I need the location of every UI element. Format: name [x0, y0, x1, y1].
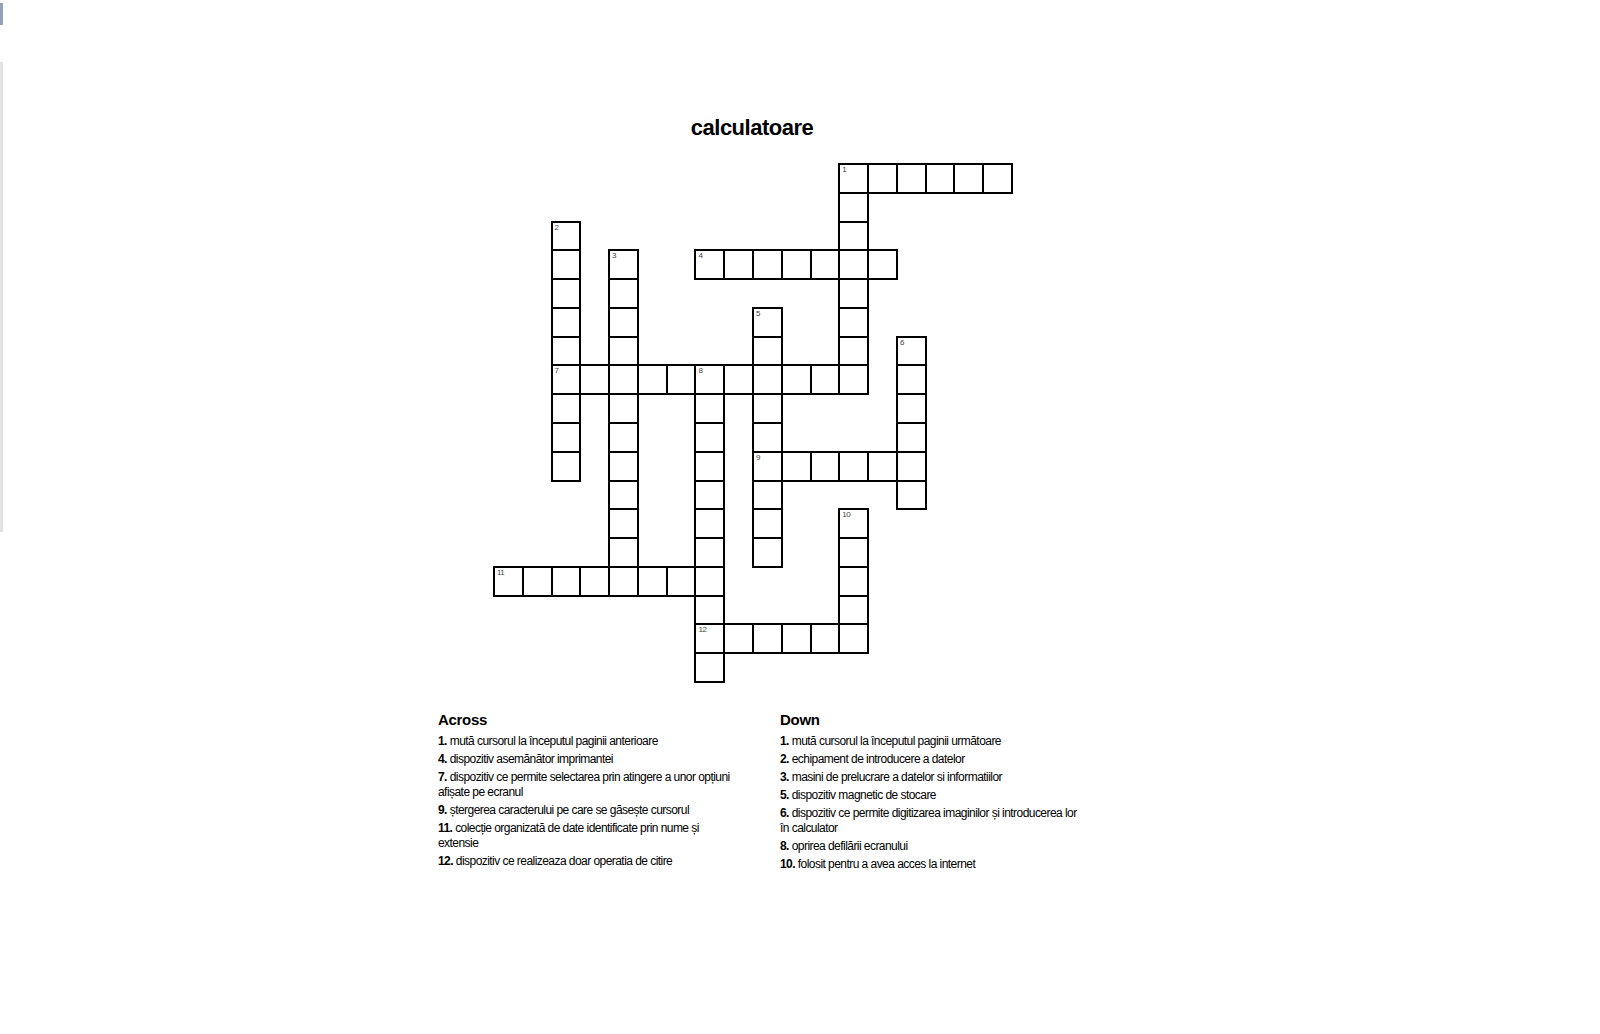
clue-number: 11 — [497, 568, 504, 577]
grid-cell-r9c7[interactable] — [694, 422, 725, 453]
crossword-grid: 123456789101112 — [493, 163, 1013, 683]
puzzle-title: calculatoare — [493, 116, 1011, 140]
clue-number-label: 6. — [780, 806, 789, 820]
clue-down-5: 5. dispozitiv magnetic de stocare — [780, 788, 1082, 803]
grid-cell-r6c4[interactable] — [608, 336, 639, 367]
grid-cell-r6c14[interactable]: 6 — [896, 336, 927, 367]
grid-cell-r8c2[interactable] — [551, 393, 582, 424]
grid-cell-r10c10[interactable] — [781, 451, 812, 482]
clue-down-6: 6. dispozitiv ce permite digitizarea ima… — [780, 806, 1082, 836]
clue-number: 10 — [842, 510, 850, 519]
grid-cell-r3c12[interactable] — [838, 249, 869, 280]
grid-cell-r8c14[interactable] — [896, 393, 927, 424]
grid-cell-r12c12[interactable]: 10 — [838, 508, 869, 539]
clue-number-label: 12. — [438, 854, 453, 868]
grid-cell-r3c8[interactable] — [723, 249, 754, 280]
window-edge-artifact-light — [0, 62, 3, 532]
clue-across-1: 1. mută cursorul la începutul paginii an… — [438, 734, 740, 749]
grid-cell-r6c9[interactable] — [752, 336, 783, 367]
grid-cell-r10c14[interactable] — [896, 451, 927, 482]
grid-cell-r9c9[interactable] — [752, 422, 783, 453]
across-clues-column: Across 1. mută cursorul la începutul pag… — [438, 712, 740, 872]
grid-cell-r5c4[interactable] — [608, 307, 639, 338]
grid-cell-r11c7[interactable] — [694, 480, 725, 511]
grid-cell-r16c8[interactable] — [723, 623, 754, 654]
grid-cell-r14c4[interactable] — [608, 566, 639, 597]
grid-cell-r14c5[interactable] — [637, 566, 668, 597]
grid-cell-r0c12[interactable]: 1 — [838, 163, 869, 194]
grid-cell-r7c14[interactable] — [896, 364, 927, 395]
grid-cell-r10c2[interactable] — [551, 451, 582, 482]
clue-number: 6 — [900, 338, 904, 347]
grid-cell-r4c2[interactable] — [551, 278, 582, 309]
grid-cell-r7c9[interactable] — [752, 364, 783, 395]
grid-cell-r7c4[interactable] — [608, 364, 639, 395]
clue-number: 12 — [698, 625, 706, 634]
grid-cell-r3c2[interactable] — [551, 249, 582, 280]
grid-cell-r14c2[interactable] — [551, 566, 582, 597]
grid-cell-r3c11[interactable] — [810, 249, 841, 280]
grid-cell-r0c14[interactable] — [896, 163, 927, 194]
clue-down-10: 10. folosit pentru a avea acces la inter… — [780, 857, 1082, 872]
window-edge-artifact-dark — [0, 3, 3, 25]
grid-cell-r17c7[interactable] — [694, 652, 725, 683]
clue-number-label: 1. — [438, 734, 447, 748]
grid-cell-r0c15[interactable] — [925, 163, 956, 194]
grid-cell-r12c9[interactable] — [752, 508, 783, 539]
clue-number-label: 2. — [780, 752, 789, 766]
grid-cell-r14c3[interactable] — [579, 566, 610, 597]
clue-down-1: 1. mută cursorul la începutul paginii ur… — [780, 734, 1082, 749]
grid-cell-r10c9[interactable]: 9 — [752, 451, 783, 482]
grid-cell-r3c13[interactable] — [867, 249, 898, 280]
clue-number-label: 1. — [780, 734, 789, 748]
grid-cell-r16c7[interactable]: 12 — [694, 623, 725, 654]
grid-cell-r16c12[interactable] — [838, 623, 869, 654]
grid-cell-r0c13[interactable] — [867, 163, 898, 194]
grid-cell-r1c12[interactable] — [838, 192, 869, 223]
grid-cell-r7c3[interactable] — [579, 364, 610, 395]
grid-cell-r16c10[interactable] — [781, 623, 812, 654]
grid-cell-r15c7[interactable] — [694, 595, 725, 626]
grid-cell-r11c14[interactable] — [896, 480, 927, 511]
clue-number: 2 — [555, 223, 559, 232]
clue-number-label: 3. — [780, 770, 789, 784]
clue-number: 1 — [842, 165, 846, 174]
clue-down-3: 3. masini de prelucrare a datelor si inf… — [780, 770, 1082, 785]
grid-cell-r5c2[interactable] — [551, 307, 582, 338]
grid-cell-r15c12[interactable] — [838, 595, 869, 626]
grid-cell-r5c12[interactable] — [838, 307, 869, 338]
grid-cell-r13c7[interactable] — [694, 537, 725, 568]
grid-cell-r7c2[interactable]: 7 — [551, 364, 582, 395]
clue-number-label: 9. — [438, 803, 447, 817]
grid-cell-r16c11[interactable] — [810, 623, 841, 654]
across-clue-list: 1. mută cursorul la începutul paginii an… — [438, 734, 740, 869]
clue-across-11: 11. colecție organizată de date identifi… — [438, 821, 740, 851]
down-clue-list: 1. mută cursorul la începutul paginii ur… — [780, 734, 1082, 872]
grid-cell-r10c13[interactable] — [867, 451, 898, 482]
grid-cell-r9c4[interactable] — [608, 422, 639, 453]
grid-cell-r14c0[interactable]: 11 — [493, 566, 524, 597]
grid-cell-r3c4[interactable]: 3 — [608, 249, 639, 280]
grid-cell-r11c9[interactable] — [752, 480, 783, 511]
grid-cell-r3c9[interactable] — [752, 249, 783, 280]
grid-cell-r7c5[interactable] — [637, 364, 668, 395]
grid-cell-r12c7[interactable] — [694, 508, 725, 539]
grid-cell-r9c14[interactable] — [896, 422, 927, 453]
clue-number-label: 7. — [438, 770, 447, 784]
grid-cell-r8c4[interactable] — [608, 393, 639, 424]
clue-number: 8 — [698, 366, 702, 375]
grid-cell-r3c7[interactable]: 4 — [694, 249, 725, 280]
grid-cell-r7c8[interactable] — [723, 364, 754, 395]
grid-cell-r10c12[interactable] — [838, 451, 869, 482]
grid-cell-r2c12[interactable] — [838, 221, 869, 252]
clue-number-label: 4. — [438, 752, 447, 766]
grid-cell-r11c4[interactable] — [608, 480, 639, 511]
grid-cell-r7c12[interactable] — [838, 364, 869, 395]
grid-cell-r10c7[interactable] — [694, 451, 725, 482]
grid-cell-r2c2[interactable]: 2 — [551, 221, 582, 252]
clue-across-4: 4. dispozitiv asemănător imprimantei — [438, 752, 740, 767]
grid-cell-r14c7[interactable] — [694, 566, 725, 597]
grid-cell-r4c4[interactable] — [608, 278, 639, 309]
clue-across-9: 9. ștergerea caracterului pe care se găs… — [438, 803, 740, 818]
grid-cell-r6c12[interactable] — [838, 336, 869, 367]
clue-number: 7 — [555, 366, 559, 375]
grid-cell-r12c4[interactable] — [608, 508, 639, 539]
clue-number: 9 — [756, 453, 760, 462]
grid-cell-r7c6[interactable] — [666, 364, 697, 395]
grid-cell-r16c9[interactable] — [752, 623, 783, 654]
grid-cell-r14c12[interactable] — [838, 566, 869, 597]
grid-cell-r10c4[interactable] — [608, 451, 639, 482]
grid-cell-r8c9[interactable] — [752, 393, 783, 424]
clue-number-label: 10. — [780, 857, 795, 871]
grid-cell-r7c7[interactable]: 8 — [694, 364, 725, 395]
grid-cell-r7c11[interactable] — [810, 364, 841, 395]
across-header: Across — [438, 712, 740, 728]
grid-cell-r3c10[interactable] — [781, 249, 812, 280]
clue-number-label: 11. — [438, 821, 452, 835]
grid-cell-r13c9[interactable] — [752, 537, 783, 568]
grid-cell-r9c2[interactable] — [551, 422, 582, 453]
down-clues-column: Down 1. mută cursorul la începutul pagin… — [780, 712, 1082, 875]
grid-cell-r5c9[interactable]: 5 — [752, 307, 783, 338]
clue-across-12: 12. dispozitiv ce realizeaza doar operat… — [438, 854, 740, 869]
grid-cell-r13c4[interactable] — [608, 537, 639, 568]
grid-cell-r0c17[interactable] — [982, 163, 1013, 194]
clue-down-2: 2. echipament de introducere a datelor — [780, 752, 1082, 767]
grid-cell-r8c7[interactable] — [694, 393, 725, 424]
grid-cell-r13c12[interactable] — [838, 537, 869, 568]
grid-cell-r0c16[interactable] — [953, 163, 984, 194]
grid-cell-r10c11[interactable] — [810, 451, 841, 482]
grid-cell-r4c12[interactable] — [838, 278, 869, 309]
clue-down-8: 8. oprirea defilării ecranului — [780, 839, 1082, 854]
grid-cell-r6c2[interactable] — [551, 336, 582, 367]
grid-cell-r14c1[interactable] — [522, 566, 553, 597]
clue-number: 5 — [756, 309, 760, 318]
clue-number: 3 — [612, 251, 616, 260]
clue-number: 4 — [698, 251, 702, 260]
grid-cell-r14c6[interactable] — [666, 566, 697, 597]
down-header: Down — [780, 712, 1082, 728]
clue-number-label: 8. — [780, 839, 789, 853]
grid-cell-r7c10[interactable] — [781, 364, 812, 395]
clue-across-7: 7. dispozitiv ce permite selectarea prin… — [438, 770, 740, 800]
clue-number-label: 5. — [780, 788, 789, 802]
